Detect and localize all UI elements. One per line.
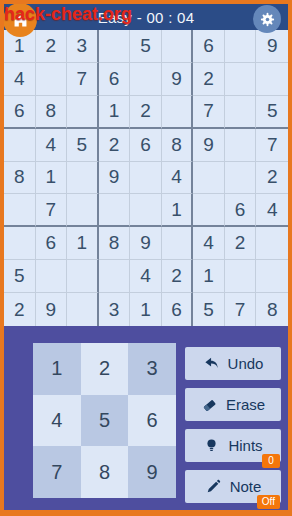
erase-label: Erase bbox=[226, 396, 265, 413]
cell-r7c2[interactable]: 6 bbox=[36, 227, 68, 260]
cell-r7c5[interactable]: 9 bbox=[130, 227, 162, 260]
cell-r1c8[interactable] bbox=[225, 30, 257, 63]
cell-r5c3[interactable] bbox=[67, 162, 99, 195]
undo-icon bbox=[203, 355, 220, 372]
pencil-icon bbox=[205, 478, 222, 495]
cell-r7c8[interactable]: 2 bbox=[225, 227, 257, 260]
numpad-key-6[interactable]: 6 bbox=[128, 395, 176, 447]
cell-r3c3[interactable] bbox=[67, 96, 99, 129]
cell-r2c8[interactable] bbox=[225, 63, 257, 96]
cell-r9c2[interactable]: 9 bbox=[36, 293, 68, 326]
cell-r8c7[interactable]: 1 bbox=[193, 260, 225, 293]
cell-r4c7[interactable]: 9 bbox=[193, 129, 225, 162]
hints-count-badge: 0 bbox=[262, 454, 280, 468]
undo-button[interactable]: Undo bbox=[185, 347, 281, 380]
cell-r6c2[interactable]: 7 bbox=[36, 194, 68, 227]
cell-r3c5[interactable]: 2 bbox=[130, 96, 162, 129]
cell-r8c8[interactable] bbox=[225, 260, 257, 293]
cell-r5c1[interactable]: 8 bbox=[4, 162, 36, 195]
numpad-key-4[interactable]: 4 bbox=[33, 395, 81, 447]
cell-r8c4[interactable] bbox=[99, 260, 131, 293]
sudoku-app: hack-cheat.org Easy - 00 : 04 bbox=[0, 0, 292, 516]
cell-r4c6[interactable]: 8 bbox=[162, 129, 194, 162]
cell-r8c1[interactable]: 5 bbox=[4, 260, 36, 293]
cell-r2c4[interactable]: 6 bbox=[99, 63, 131, 96]
numpad-key-5[interactable]: 5 bbox=[81, 395, 129, 447]
cell-r7c1[interactable] bbox=[4, 227, 36, 260]
cell-r8c3[interactable] bbox=[67, 260, 99, 293]
cell-r3c4[interactable]: 1 bbox=[99, 96, 131, 129]
hints-button[interactable]: Hints 0 bbox=[185, 429, 281, 462]
settings-button[interactable] bbox=[253, 5, 281, 33]
cell-r9c9[interactable]: 8 bbox=[256, 293, 288, 326]
cell-r5c2[interactable]: 1 bbox=[36, 162, 68, 195]
cell-r6c4[interactable] bbox=[99, 194, 131, 227]
cell-r3c6[interactable] bbox=[162, 96, 194, 129]
cell-r2c2[interactable] bbox=[36, 63, 68, 96]
cell-r8c2[interactable] bbox=[36, 260, 68, 293]
cell-r6c3[interactable] bbox=[67, 194, 99, 227]
cell-r6c7[interactable] bbox=[193, 194, 225, 227]
cell-r7c3[interactable]: 1 bbox=[67, 227, 99, 260]
numpad-key-1[interactable]: 1 bbox=[33, 343, 81, 395]
cell-r1c3[interactable]: 3 bbox=[67, 30, 99, 63]
cell-r6c5[interactable] bbox=[130, 194, 162, 227]
cell-r8c5[interactable]: 4 bbox=[130, 260, 162, 293]
cell-r2c3[interactable]: 7 bbox=[67, 63, 99, 96]
hint-bulb-icon bbox=[203, 437, 220, 454]
cell-r2c1[interactable]: 4 bbox=[4, 63, 36, 96]
sudoku-board: 1235694769268127545268978194271646189425… bbox=[4, 30, 288, 326]
cell-r2c6[interactable]: 9 bbox=[162, 63, 194, 96]
note-label: Note bbox=[230, 478, 262, 495]
hints-label: Hints bbox=[228, 437, 262, 454]
cell-r1c2[interactable]: 2 bbox=[36, 30, 68, 63]
cell-r8c6[interactable]: 2 bbox=[162, 260, 194, 293]
control-panel: 123456789 Undo Erase bbox=[4, 326, 288, 503]
header-bar: Easy - 00 : 04 bbox=[4, 4, 288, 30]
cell-r3c1[interactable]: 6 bbox=[4, 96, 36, 129]
cell-r1c5[interactable]: 5 bbox=[130, 30, 162, 63]
cell-r3c9[interactable]: 5 bbox=[256, 96, 288, 129]
cell-r4c1[interactable] bbox=[4, 129, 36, 162]
cell-r9c8[interactable]: 7 bbox=[225, 293, 257, 326]
cell-r2c5[interactable] bbox=[130, 63, 162, 96]
cell-r4c9[interactable]: 7 bbox=[256, 129, 288, 162]
cell-r7c7[interactable]: 4 bbox=[193, 227, 225, 260]
numpad-key-7[interactable]: 7 bbox=[33, 446, 81, 498]
numpad-key-3[interactable]: 3 bbox=[128, 343, 176, 395]
cell-r6c8[interactable]: 6 bbox=[225, 194, 257, 227]
cell-r5c8[interactable] bbox=[225, 162, 257, 195]
cell-r5c7[interactable] bbox=[193, 162, 225, 195]
cell-r9c1[interactable]: 2 bbox=[4, 293, 36, 326]
note-mode-badge: Off bbox=[257, 495, 280, 509]
cell-r8c9[interactable] bbox=[256, 260, 288, 293]
cell-r1c4[interactable] bbox=[99, 30, 131, 63]
cell-r9c5[interactable]: 1 bbox=[130, 293, 162, 326]
cell-r9c3[interactable] bbox=[67, 293, 99, 326]
note-button[interactable]: Note Off bbox=[185, 470, 281, 503]
cell-r9c4[interactable]: 3 bbox=[99, 293, 131, 326]
cell-r7c4[interactable]: 8 bbox=[99, 227, 131, 260]
cell-r4c8[interactable] bbox=[225, 129, 257, 162]
cell-r2c7[interactable]: 2 bbox=[193, 63, 225, 96]
cell-r4c3[interactable]: 5 bbox=[67, 129, 99, 162]
cell-r9c6[interactable]: 6 bbox=[162, 293, 194, 326]
cell-r3c2[interactable]: 8 bbox=[36, 96, 68, 129]
cell-r3c8[interactable] bbox=[225, 96, 257, 129]
erase-button[interactable]: Erase bbox=[185, 388, 281, 421]
cell-r4c5[interactable]: 6 bbox=[130, 129, 162, 162]
cell-r6c1[interactable] bbox=[4, 194, 36, 227]
cell-r3c7[interactable]: 7 bbox=[193, 96, 225, 129]
cell-r7c6[interactable] bbox=[162, 227, 194, 260]
numpad-key-8[interactable]: 8 bbox=[81, 446, 129, 498]
cell-r7c9[interactable] bbox=[256, 227, 288, 260]
numpad-key-2[interactable]: 2 bbox=[81, 343, 129, 395]
number-pad: 123456789 bbox=[33, 343, 176, 498]
cell-r1c9[interactable]: 9 bbox=[256, 30, 288, 63]
page-title: Easy - 00 : 04 bbox=[98, 9, 195, 26]
home-icon bbox=[12, 12, 29, 29]
cell-r4c2[interactable]: 4 bbox=[36, 129, 68, 162]
gear-icon bbox=[259, 11, 276, 28]
cell-r5c4[interactable]: 9 bbox=[99, 162, 131, 195]
cell-r1c7[interactable]: 6 bbox=[193, 30, 225, 63]
cell-r4c4[interactable]: 2 bbox=[99, 129, 131, 162]
cell-r1c6[interactable] bbox=[162, 30, 194, 63]
cell-r5c6[interactable]: 4 bbox=[162, 162, 194, 195]
action-buttons: Undo Erase bbox=[185, 347, 281, 503]
cell-r9c7[interactable]: 5 bbox=[193, 293, 225, 326]
cell-r5c9[interactable]: 2 bbox=[256, 162, 288, 195]
cell-r6c6[interactable]: 1 bbox=[162, 194, 194, 227]
eraser-icon bbox=[201, 396, 218, 413]
undo-label: Undo bbox=[228, 355, 264, 372]
cell-r6c9[interactable]: 4 bbox=[256, 194, 288, 227]
home-button[interactable] bbox=[3, 3, 37, 37]
cell-r5c5[interactable] bbox=[130, 162, 162, 195]
numpad-key-9[interactable]: 9 bbox=[128, 446, 176, 498]
cell-r2c9[interactable] bbox=[256, 63, 288, 96]
